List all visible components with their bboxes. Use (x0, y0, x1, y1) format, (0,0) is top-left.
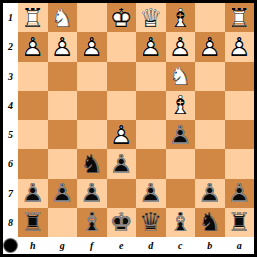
square-f1[interactable] (77, 3, 107, 32)
rank-label-3: 3 (3, 62, 18, 91)
square-f5[interactable] (77, 120, 107, 149)
square-c8[interactable]: ♝♗ (166, 208, 196, 237)
square-e1[interactable]: ♚♔ (107, 3, 137, 32)
chess-board: 1♜♖♞♘♚♔♛♕♝♗♜♖2♟♙♟♙♟♙♟♙♟♙♟♙♟♙3♞♘4♝♗5♟♙♟♙6… (3, 3, 254, 254)
piece-outline: ♘ (78, 150, 106, 178)
square-g4[interactable] (48, 91, 78, 120)
piece-outline: ♙ (166, 33, 194, 61)
black-pawn-icon[interactable]: ♟♙ (166, 121, 194, 149)
white-pawn-icon[interactable]: ♟♙ (107, 121, 135, 149)
square-g5[interactable] (48, 120, 78, 149)
piece-outline: ♔ (107, 4, 135, 32)
rank-label-1: 1 (3, 3, 18, 32)
white-pawn-icon[interactable]: ♟♙ (48, 33, 76, 61)
piece-outline: ♕ (137, 4, 165, 32)
black-rook-icon[interactable]: ♜♖ (225, 208, 253, 236)
square-b4[interactable] (195, 91, 225, 120)
white-pawn-icon[interactable]: ♟♙ (196, 33, 224, 61)
square-a1[interactable]: ♜♖ (225, 3, 255, 32)
square-f3[interactable] (77, 62, 107, 91)
piece-outline: ♙ (48, 33, 76, 61)
square-a4[interactable] (225, 91, 255, 120)
white-pawn-icon[interactable]: ♟♙ (166, 33, 194, 61)
side-to-move-indicator (4, 239, 17, 252)
piece-outline: ♕ (137, 208, 165, 236)
piece-outline: ♙ (196, 33, 224, 61)
square-g2[interactable]: ♟♙ (48, 32, 78, 61)
rank-label-4: 4 (3, 91, 18, 120)
white-pawn-icon[interactable]: ♟♙ (78, 33, 106, 61)
piece-outline: ♙ (137, 179, 165, 207)
file-label-a: a (225, 237, 255, 254)
piece-outline: ♗ (166, 208, 194, 236)
square-h3[interactable] (18, 62, 48, 91)
square-b1[interactable] (195, 3, 225, 32)
black-pawn-icon[interactable]: ♟♙ (225, 179, 253, 207)
square-b2[interactable]: ♟♙ (195, 32, 225, 61)
square-c1[interactable]: ♝♗ (166, 3, 196, 32)
square-b6[interactable] (195, 149, 225, 178)
square-h4[interactable] (18, 91, 48, 120)
white-rook-icon[interactable]: ♜♖ (225, 4, 253, 32)
piece-outline: ♙ (107, 121, 135, 149)
square-f8[interactable]: ♝♗ (77, 208, 107, 237)
square-d6[interactable] (136, 149, 166, 178)
square-f6[interactable]: ♞♘ (77, 149, 107, 178)
piece-outline: ♘ (166, 62, 194, 90)
black-pawn-icon[interactable]: ♟♙ (196, 179, 224, 207)
piece-outline: ♘ (196, 208, 224, 236)
square-d5[interactable] (136, 120, 166, 149)
rank-label-7: 7 (3, 179, 18, 208)
rank-label-5: 5 (3, 120, 18, 149)
piece-outline: ♙ (107, 150, 135, 178)
white-rook-icon[interactable]: ♜♖ (19, 4, 47, 32)
square-g6[interactable] (48, 149, 78, 178)
square-h2[interactable]: ♟♙ (18, 32, 48, 61)
square-g1[interactable]: ♞♘ (48, 3, 78, 32)
square-a5[interactable] (225, 120, 255, 149)
piece-outline: ♖ (225, 208, 253, 236)
square-g8[interactable] (48, 208, 78, 237)
square-h1[interactable]: ♜♖ (18, 3, 48, 32)
piece-outline: ♘ (48, 4, 76, 32)
square-d3[interactable] (136, 62, 166, 91)
file-label-e: e (107, 237, 137, 254)
piece-outline: ♔ (107, 208, 135, 236)
square-b3[interactable] (195, 62, 225, 91)
file-label-h: h (18, 237, 48, 254)
black-pawn-icon[interactable]: ♟♙ (78, 179, 106, 207)
white-knight-icon[interactable]: ♞♘ (48, 4, 76, 32)
square-c5[interactable]: ♟♙ (166, 120, 196, 149)
square-e4[interactable] (107, 91, 137, 120)
black-king-icon[interactable]: ♚♔ (107, 208, 135, 236)
piece-outline: ♖ (225, 4, 253, 32)
square-b8[interactable]: ♞♘ (195, 208, 225, 237)
piece-outline: ♙ (196, 179, 224, 207)
white-pawn-icon[interactable]: ♟♙ (19, 33, 47, 61)
square-f7[interactable]: ♟♙ (77, 179, 107, 208)
white-pawn-icon[interactable]: ♟♙ (225, 33, 253, 61)
white-knight-icon[interactable]: ♞♘ (166, 62, 194, 90)
piece-outline: ♙ (48, 179, 76, 207)
black-pawn-icon[interactable]: ♟♙ (137, 179, 165, 207)
piece-outline: ♗ (166, 91, 194, 119)
square-b5[interactable] (195, 120, 225, 149)
square-a8[interactable]: ♜♖ (225, 208, 255, 237)
file-label-c: c (166, 237, 196, 254)
black-bishop-icon[interactable]: ♝♗ (78, 208, 106, 236)
file-label-d: d (136, 237, 166, 254)
square-c2[interactable]: ♟♙ (166, 32, 196, 61)
square-d1[interactable]: ♛♕ (136, 3, 166, 32)
piece-outline: ♙ (225, 179, 253, 207)
file-label-f: f (77, 237, 107, 254)
square-a7[interactable]: ♟♙ (225, 179, 255, 208)
piece-outline: ♙ (137, 33, 165, 61)
square-h7[interactable]: ♟♙ (18, 179, 48, 208)
piece-outline: ♙ (19, 33, 47, 61)
file-label-g: g (48, 237, 78, 254)
black-knight-icon[interactable]: ♞♘ (196, 208, 224, 236)
black-pawn-icon[interactable]: ♟♙ (48, 179, 76, 207)
square-e8[interactable]: ♚♔ (107, 208, 137, 237)
square-f4[interactable] (77, 91, 107, 120)
square-c3[interactable]: ♞♘ (166, 62, 196, 91)
white-pawn-icon[interactable]: ♟♙ (137, 33, 165, 61)
file-label-b: b (195, 237, 225, 254)
square-h8[interactable]: ♜♖ (18, 208, 48, 237)
square-c4[interactable]: ♝♗ (166, 91, 196, 120)
rank-label-2: 2 (3, 32, 18, 61)
square-d8[interactable]: ♛♕ (136, 208, 166, 237)
square-d2[interactable]: ♟♙ (136, 32, 166, 61)
piece-outline: ♗ (166, 4, 194, 32)
square-c7[interactable] (166, 179, 196, 208)
black-queen-icon[interactable]: ♛♕ (137, 208, 165, 236)
black-bishop-icon[interactable]: ♝♗ (166, 208, 194, 236)
white-queen-icon[interactable]: ♛♕ (137, 4, 165, 32)
piece-outline: ♗ (78, 208, 106, 236)
board-frame: 1♜♖♞♘♚♔♛♕♝♗♜♖2♟♙♟♙♟♙♟♙♟♙♟♙♟♙3♞♘4♝♗5♟♙♟♙6… (0, 0, 257, 257)
white-king-icon[interactable]: ♚♔ (107, 4, 135, 32)
black-rook-icon[interactable]: ♜♖ (19, 208, 47, 236)
piece-outline: ♙ (78, 179, 106, 207)
black-knight-icon[interactable]: ♞♘ (78, 150, 106, 178)
square-e3[interactable] (107, 62, 137, 91)
square-a6[interactable] (225, 149, 255, 178)
square-e2[interactable] (107, 32, 137, 61)
square-b7[interactable]: ♟♙ (195, 179, 225, 208)
rank-label-8: 8 (3, 208, 18, 237)
white-bishop-icon[interactable]: ♝♗ (166, 91, 194, 119)
square-h5[interactable] (18, 120, 48, 149)
square-a3[interactable] (225, 62, 255, 91)
black-pawn-icon[interactable]: ♟♙ (19, 179, 47, 207)
square-f2[interactable]: ♟♙ (77, 32, 107, 61)
square-e6[interactable]: ♟♙ (107, 149, 137, 178)
square-g7[interactable]: ♟♙ (48, 179, 78, 208)
white-bishop-icon[interactable]: ♝♗ (166, 4, 194, 32)
piece-outline: ♖ (19, 208, 47, 236)
square-e7[interactable] (107, 179, 137, 208)
square-d7[interactable]: ♟♙ (136, 179, 166, 208)
piece-outline: ♖ (19, 4, 47, 32)
square-c6[interactable] (166, 149, 196, 178)
black-pawn-icon[interactable]: ♟♙ (107, 150, 135, 178)
square-h6[interactable] (18, 149, 48, 178)
piece-outline: ♙ (225, 33, 253, 61)
square-e5[interactable]: ♟♙ (107, 120, 137, 149)
piece-outline: ♙ (19, 179, 47, 207)
square-d4[interactable] (136, 91, 166, 120)
piece-outline: ♙ (78, 33, 106, 61)
square-g3[interactable] (48, 62, 78, 91)
side-to-move-corner (3, 237, 18, 254)
rank-label-6: 6 (3, 149, 18, 178)
square-a2[interactable]: ♟♙ (225, 32, 255, 61)
piece-outline: ♙ (166, 121, 194, 149)
